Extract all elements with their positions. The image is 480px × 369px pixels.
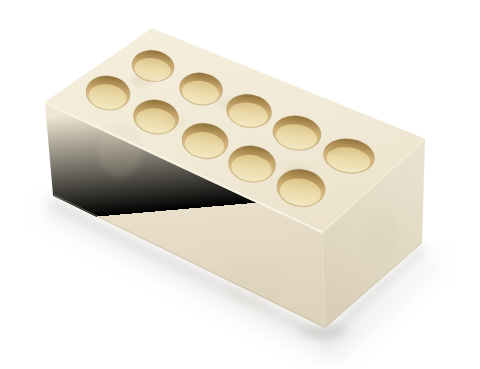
- brick-photo: Cream perforated clay brick with ten rou…: [0, 0, 480, 369]
- brick-photo-frame: Cream perforated clay brick with ten rou…: [0, 0, 480, 369]
